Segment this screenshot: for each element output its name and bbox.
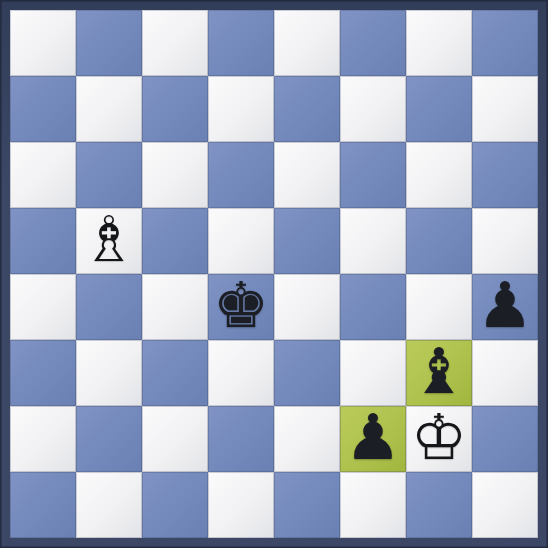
square-f7[interactable] — [340, 76, 406, 142]
square-e2[interactable] — [274, 406, 340, 472]
square-b4[interactable] — [76, 274, 142, 340]
square-b6[interactable] — [76, 142, 142, 208]
square-a4[interactable] — [10, 274, 76, 340]
square-c7[interactable] — [142, 76, 208, 142]
piece-white-king[interactable]: ♔ — [411, 405, 467, 471]
square-f6[interactable] — [340, 142, 406, 208]
square-a2[interactable] — [10, 406, 76, 472]
square-g3[interactable]: ♝ — [406, 340, 472, 406]
piece-black-bishop[interactable]: ♝ — [411, 339, 467, 405]
square-d3[interactable] — [208, 340, 274, 406]
square-b1[interactable] — [76, 472, 142, 538]
square-b5[interactable]: ♗ — [76, 208, 142, 274]
square-d5[interactable] — [208, 208, 274, 274]
square-d4[interactable]: ♚ — [208, 274, 274, 340]
square-d8[interactable] — [208, 10, 274, 76]
square-a1[interactable] — [10, 472, 76, 538]
square-g7[interactable] — [406, 76, 472, 142]
square-g4[interactable] — [406, 274, 472, 340]
square-c8[interactable] — [142, 10, 208, 76]
square-b2[interactable] — [76, 406, 142, 472]
square-d7[interactable] — [208, 76, 274, 142]
square-c2[interactable] — [142, 406, 208, 472]
piece-black-king[interactable]: ♚ — [213, 273, 269, 339]
square-f1[interactable] — [340, 472, 406, 538]
square-c4[interactable] — [142, 274, 208, 340]
square-a8[interactable] — [10, 10, 76, 76]
square-h1[interactable] — [472, 472, 538, 538]
piece-white-bishop[interactable]: ♗ — [81, 207, 137, 273]
square-e3[interactable] — [274, 340, 340, 406]
square-e1[interactable] — [274, 472, 340, 538]
square-c5[interactable] — [142, 208, 208, 274]
square-h4[interactable]: ♟ — [472, 274, 538, 340]
square-e8[interactable] — [274, 10, 340, 76]
square-h2[interactable] — [472, 406, 538, 472]
square-a3[interactable] — [10, 340, 76, 406]
square-a7[interactable] — [10, 76, 76, 142]
square-d2[interactable] — [208, 406, 274, 472]
square-e6[interactable] — [274, 142, 340, 208]
square-c1[interactable] — [142, 472, 208, 538]
square-h5[interactable] — [472, 208, 538, 274]
square-b7[interactable] — [76, 76, 142, 142]
square-h8[interactable] — [472, 10, 538, 76]
square-a6[interactable] — [10, 142, 76, 208]
square-g6[interactable] — [406, 142, 472, 208]
square-f4[interactable] — [340, 274, 406, 340]
square-g1[interactable] — [406, 472, 472, 538]
board-frame: ♗♚♟♝♟♔ — [0, 0, 548, 548]
piece-black-pawn[interactable]: ♟ — [477, 273, 533, 339]
square-f2[interactable]: ♟ — [340, 406, 406, 472]
square-e7[interactable] — [274, 76, 340, 142]
square-h3[interactable] — [472, 340, 538, 406]
square-g5[interactable] — [406, 208, 472, 274]
square-h6[interactable] — [472, 142, 538, 208]
square-f8[interactable] — [340, 10, 406, 76]
square-h7[interactable] — [472, 76, 538, 142]
square-e4[interactable] — [274, 274, 340, 340]
piece-black-pawn[interactable]: ♟ — [345, 405, 401, 471]
square-a5[interactable] — [10, 208, 76, 274]
square-b3[interactable] — [76, 340, 142, 406]
square-g2[interactable]: ♔ — [406, 406, 472, 472]
square-b8[interactable] — [76, 10, 142, 76]
square-c3[interactable] — [142, 340, 208, 406]
square-f3[interactable] — [340, 340, 406, 406]
chess-board: ♗♚♟♝♟♔ — [10, 10, 538, 538]
square-e5[interactable] — [274, 208, 340, 274]
square-c6[interactable] — [142, 142, 208, 208]
square-g8[interactable] — [406, 10, 472, 76]
square-d1[interactable] — [208, 472, 274, 538]
square-f5[interactable] — [340, 208, 406, 274]
square-d6[interactable] — [208, 142, 274, 208]
